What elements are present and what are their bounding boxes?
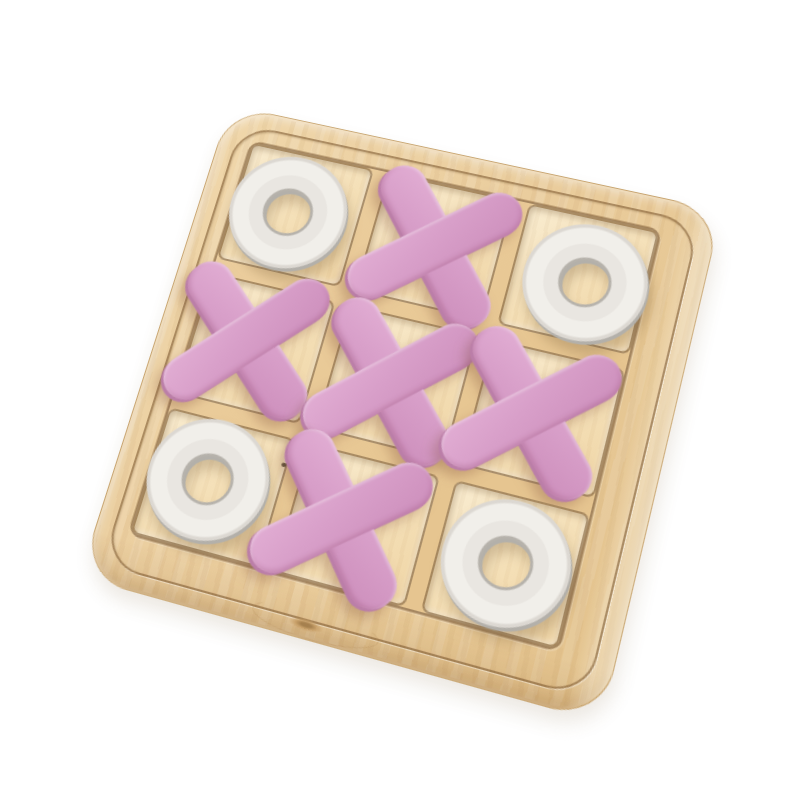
game-board [79, 105, 722, 723]
product-photo-scene [0, 0, 800, 798]
o-piece[interactable] [424, 484, 586, 645]
cell-r2c1[interactable] [273, 443, 440, 608]
cell-r1c2[interactable] [460, 339, 626, 499]
wood-knot [287, 614, 325, 636]
board-grid [130, 143, 659, 649]
